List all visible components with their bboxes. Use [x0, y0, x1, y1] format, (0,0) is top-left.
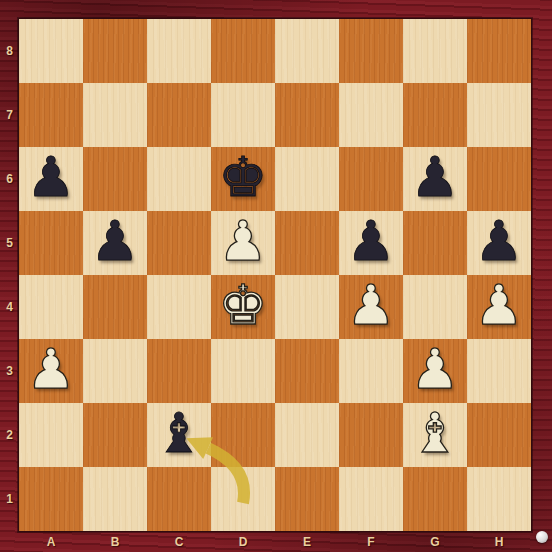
square-f1[interactable]: [339, 467, 403, 531]
square-g6[interactable]: ♟: [403, 147, 467, 211]
piece-black-pawn[interactable]: ♟: [403, 147, 467, 211]
piece-black-pawn[interactable]: ♟: [339, 211, 403, 275]
file-label-f: F: [339, 531, 403, 552]
piece-white-bishop[interactable]: ♝: [403, 403, 467, 467]
piece-white-pawn[interactable]: ♟: [211, 211, 275, 275]
square-g4[interactable]: [403, 275, 467, 339]
square-a3[interactable]: ♟: [19, 339, 83, 403]
square-a7[interactable]: [19, 83, 83, 147]
piece-white-pawn[interactable]: ♟: [339, 275, 403, 339]
square-d6[interactable]: ♚: [211, 147, 275, 211]
rank-label-1: 1: [0, 467, 19, 531]
square-c2[interactable]: ♝: [147, 403, 211, 467]
square-c3[interactable]: [147, 339, 211, 403]
file-label-d: D: [211, 531, 275, 552]
square-d7[interactable]: [211, 83, 275, 147]
square-b7[interactable]: [83, 83, 147, 147]
square-d2[interactable]: [211, 403, 275, 467]
rank-label-3: 3: [0, 339, 19, 403]
rank-label-7: 7: [0, 83, 19, 147]
square-e1[interactable]: [275, 467, 339, 531]
square-d8[interactable]: [211, 19, 275, 83]
square-g3[interactable]: ♟: [403, 339, 467, 403]
square-h8[interactable]: [467, 19, 531, 83]
piece-white-pawn[interactable]: ♟: [19, 339, 83, 403]
square-f8[interactable]: [339, 19, 403, 83]
square-e3[interactable]: [275, 339, 339, 403]
square-f3[interactable]: [339, 339, 403, 403]
square-a5[interactable]: [19, 211, 83, 275]
square-e4[interactable]: [275, 275, 339, 339]
square-d3[interactable]: [211, 339, 275, 403]
square-h5[interactable]: ♟: [467, 211, 531, 275]
file-label-a: A: [19, 531, 83, 552]
piece-white-pawn[interactable]: ♟: [403, 339, 467, 403]
square-b4[interactable]: [83, 275, 147, 339]
piece-black-pawn[interactable]: ♟: [83, 211, 147, 275]
square-g7[interactable]: [403, 83, 467, 147]
square-b5[interactable]: ♟: [83, 211, 147, 275]
file-label-b: B: [83, 531, 147, 552]
square-c4[interactable]: [147, 275, 211, 339]
square-h1[interactable]: [467, 467, 531, 531]
piece-black-bishop[interactable]: ♝: [147, 403, 211, 467]
piece-white-pawn[interactable]: ♟: [467, 275, 531, 339]
square-a4[interactable]: [19, 275, 83, 339]
square-f6[interactable]: [339, 147, 403, 211]
square-g8[interactable]: [403, 19, 467, 83]
rank-label-2: 2: [0, 403, 19, 467]
square-e5[interactable]: [275, 211, 339, 275]
square-a2[interactable]: [19, 403, 83, 467]
square-e8[interactable]: [275, 19, 339, 83]
square-f7[interactable]: [339, 83, 403, 147]
square-e2[interactable]: [275, 403, 339, 467]
square-f4[interactable]: ♟: [339, 275, 403, 339]
square-a6[interactable]: ♟: [19, 147, 83, 211]
chess-app-window: ♟♚♟♟♟♟♟♚♟♟♟♟♝♝ 8A7B6C5D4E3F2G1H: [0, 0, 552, 552]
square-b8[interactable]: [83, 19, 147, 83]
piece-black-pawn[interactable]: ♟: [467, 211, 531, 275]
square-b6[interactable]: [83, 147, 147, 211]
square-h2[interactable]: [467, 403, 531, 467]
square-d5[interactable]: ♟: [211, 211, 275, 275]
white-to-move-indicator: [536, 531, 548, 543]
file-label-c: C: [147, 531, 211, 552]
square-h3[interactable]: [467, 339, 531, 403]
file-label-h: H: [467, 531, 531, 552]
square-a8[interactable]: [19, 19, 83, 83]
square-d4[interactable]: ♚: [211, 275, 275, 339]
square-b2[interactable]: [83, 403, 147, 467]
square-c5[interactable]: [147, 211, 211, 275]
square-e7[interactable]: [275, 83, 339, 147]
square-c8[interactable]: [147, 19, 211, 83]
square-h6[interactable]: [467, 147, 531, 211]
piece-black-pawn[interactable]: ♟: [19, 147, 83, 211]
file-label-g: G: [403, 531, 467, 552]
rank-label-6: 6: [0, 147, 19, 211]
square-h7[interactable]: [467, 83, 531, 147]
square-c7[interactable]: [147, 83, 211, 147]
piece-white-king[interactable]: ♚: [211, 275, 275, 339]
piece-black-king[interactable]: ♚: [211, 147, 275, 211]
square-b1[interactable]: [83, 467, 147, 531]
square-b3[interactable]: [83, 339, 147, 403]
rank-label-8: 8: [0, 19, 19, 83]
square-f2[interactable]: [339, 403, 403, 467]
square-f5[interactable]: ♟: [339, 211, 403, 275]
square-g1[interactable]: [403, 467, 467, 531]
square-e6[interactable]: [275, 147, 339, 211]
square-h4[interactable]: ♟: [467, 275, 531, 339]
square-g5[interactable]: [403, 211, 467, 275]
square-a1[interactable]: [19, 467, 83, 531]
rank-label-5: 5: [0, 211, 19, 275]
square-c6[interactable]: [147, 147, 211, 211]
file-label-e: E: [275, 531, 339, 552]
chessboard: ♟♚♟♟♟♟♟♚♟♟♟♟♝♝: [19, 19, 531, 531]
rank-label-4: 4: [0, 275, 19, 339]
square-d1[interactable]: [211, 467, 275, 531]
square-c1[interactable]: [147, 467, 211, 531]
square-g2[interactable]: ♝: [403, 403, 467, 467]
